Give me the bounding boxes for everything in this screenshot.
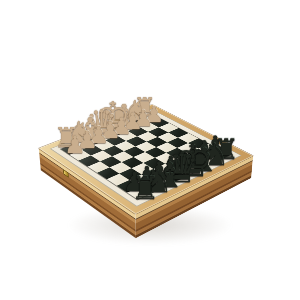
- product-photo-scene: ♜♞♝♛♚♝♞♜♟♟♟♟♟♟♟♟♟♟♟♟♟♟♟♟♜♞♝♛♚♝♞♜: [0, 0, 300, 300]
- brass-latch-icon: [63, 169, 69, 178]
- box-assembly: [0, 0, 300, 300]
- chess-board: [39, 104, 253, 214]
